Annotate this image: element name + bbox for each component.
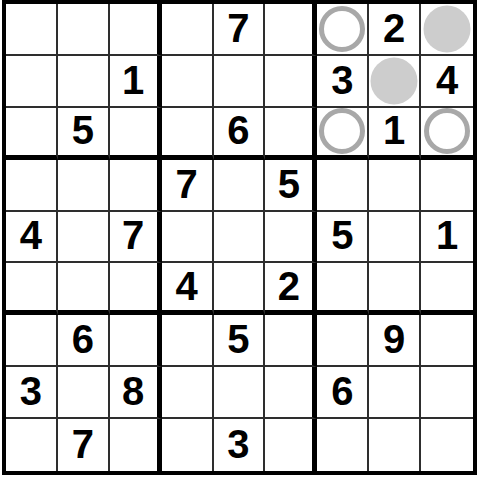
cell-r8c9[interactable] — [421, 367, 473, 419]
cell-r5c5[interactable] — [214, 212, 266, 264]
given-digit: 4 — [175, 266, 197, 306]
cell-r1c3[interactable] — [110, 4, 162, 56]
cell-r1c6[interactable] — [265, 4, 317, 56]
given-digit: 5 — [72, 110, 94, 150]
given-digit: 4 — [436, 60, 458, 100]
cell-r4c3[interactable] — [110, 160, 162, 212]
filled-circle-mark — [371, 57, 418, 104]
outline-circle-mark — [319, 6, 365, 52]
given-digit: 8 — [122, 371, 144, 411]
cell-r2c4[interactable] — [162, 56, 214, 108]
cell-r8c8[interactable] — [369, 367, 421, 419]
cell-r6c3[interactable] — [110, 263, 162, 315]
cell-r9c2[interactable]: 7 — [58, 419, 110, 471]
cell-r5c1[interactable]: 4 — [6, 212, 58, 264]
sudoku-board: 721345617547514265938673 — [2, 0, 477, 475]
cell-r5c8[interactable] — [369, 212, 421, 264]
given-digit: 1 — [122, 60, 144, 100]
given-digit: 7 — [72, 424, 94, 464]
cell-r1c4[interactable] — [162, 4, 214, 56]
cell-r9c8[interactable] — [369, 419, 421, 471]
sudoku-page: 721345617547514265938673 — [0, 0, 480, 480]
cell-r8c1[interactable]: 3 — [6, 367, 58, 419]
cell-r4c2[interactable] — [58, 160, 110, 212]
given-digit: 2 — [278, 266, 300, 306]
cell-r7c6[interactable] — [265, 315, 317, 367]
cell-r7c8[interactable]: 9 — [369, 315, 421, 367]
cell-r3c8[interactable]: 1 — [369, 108, 421, 160]
cell-r4c6[interactable]: 5 — [265, 160, 317, 212]
cell-r2c3[interactable]: 1 — [110, 56, 162, 108]
given-digit: 5 — [331, 215, 353, 255]
outline-circle-mark — [424, 108, 470, 154]
given-digit: 7 — [122, 215, 144, 255]
cell-r4c1[interactable] — [6, 160, 58, 212]
cell-r7c1[interactable] — [6, 315, 58, 367]
cell-r5c7[interactable]: 5 — [317, 212, 369, 264]
cell-r9c3[interactable] — [110, 419, 162, 471]
given-digit: 6 — [331, 371, 353, 411]
cell-r2c5[interactable] — [214, 56, 266, 108]
outline-circle-mark — [319, 108, 365, 154]
cell-r8c7[interactable]: 6 — [317, 367, 369, 419]
cell-r4c5[interactable] — [214, 160, 266, 212]
cell-r4c8[interactable] — [369, 160, 421, 212]
cell-r1c7[interactable] — [317, 4, 369, 56]
cell-r2c2[interactable] — [58, 56, 110, 108]
cell-r2c7[interactable]: 3 — [317, 56, 369, 108]
filled-circle-mark — [424, 5, 471, 52]
given-digit: 3 — [20, 371, 42, 411]
given-digit: 7 — [227, 8, 249, 48]
cell-r3c3[interactable] — [110, 108, 162, 160]
cell-r7c5[interactable]: 5 — [214, 315, 266, 367]
cell-r8c2[interactable] — [58, 367, 110, 419]
cell-r6c6[interactable]: 2 — [265, 263, 317, 315]
cell-r9c9[interactable] — [421, 419, 473, 471]
cell-r3c7[interactable] — [317, 108, 369, 160]
cell-r4c9[interactable] — [421, 160, 473, 212]
given-digit: 5 — [227, 319, 249, 359]
cell-r3c1[interactable] — [6, 108, 58, 160]
cell-r5c2[interactable] — [58, 212, 110, 264]
cell-r3c4[interactable] — [162, 108, 214, 160]
cell-r2c6[interactable] — [265, 56, 317, 108]
cell-r3c5[interactable]: 6 — [214, 108, 266, 160]
given-digit: 1 — [436, 215, 458, 255]
given-digit: 3 — [331, 60, 353, 100]
cell-r1c2[interactable] — [58, 4, 110, 56]
cell-r9c4[interactable] — [162, 419, 214, 471]
cell-r8c3[interactable]: 8 — [110, 367, 162, 419]
given-digit: 3 — [227, 424, 249, 464]
given-digit: 7 — [175, 164, 197, 204]
cell-r2c8[interactable] — [369, 56, 421, 108]
cell-r7c9[interactable] — [421, 315, 473, 367]
cell-r9c1[interactable] — [6, 419, 58, 471]
cell-r6c8[interactable] — [369, 263, 421, 315]
given-digit: 6 — [227, 110, 249, 150]
cell-r7c2[interactable]: 6 — [58, 315, 110, 367]
cell-r2c1[interactable] — [6, 56, 58, 108]
cell-r8c6[interactable] — [265, 367, 317, 419]
cell-r4c7[interactable] — [317, 160, 369, 212]
cell-r6c7[interactable] — [317, 263, 369, 315]
cell-r5c9[interactable]: 1 — [421, 212, 473, 264]
cell-r1c1[interactable] — [6, 4, 58, 56]
cell-r5c3[interactable]: 7 — [110, 212, 162, 264]
given-digit: 1 — [383, 110, 405, 150]
given-digit: 6 — [72, 319, 94, 359]
cell-r2c9[interactable]: 4 — [421, 56, 473, 108]
cell-r1c9[interactable] — [421, 4, 473, 56]
cell-r6c2[interactable] — [58, 263, 110, 315]
given-digit: 5 — [278, 164, 300, 204]
given-digit: 2 — [383, 8, 405, 48]
cell-r7c7[interactable] — [317, 315, 369, 367]
cell-r6c5[interactable] — [214, 263, 266, 315]
cell-r3c6[interactable] — [265, 108, 317, 160]
cell-r6c9[interactable] — [421, 263, 473, 315]
cell-r3c9[interactable] — [421, 108, 473, 160]
cell-r6c4[interactable]: 4 — [162, 263, 214, 315]
cell-r8c5[interactable] — [214, 367, 266, 419]
given-digit: 9 — [383, 319, 405, 359]
cell-r4c4[interactable]: 7 — [162, 160, 214, 212]
cell-r9c5[interactable]: 3 — [214, 419, 266, 471]
cell-r7c4[interactable] — [162, 315, 214, 367]
cell-r5c4[interactable] — [162, 212, 214, 264]
cell-r8c4[interactable] — [162, 367, 214, 419]
cell-r1c5[interactable]: 7 — [214, 4, 266, 56]
cell-r1c8[interactable]: 2 — [369, 4, 421, 56]
cell-r5c6[interactable] — [265, 212, 317, 264]
cell-r9c7[interactable] — [317, 419, 369, 471]
cell-r7c3[interactable] — [110, 315, 162, 367]
given-digit: 4 — [20, 215, 42, 255]
cell-r6c1[interactable] — [6, 263, 58, 315]
cell-r3c2[interactable]: 5 — [58, 108, 110, 160]
cell-r9c6[interactable] — [265, 419, 317, 471]
